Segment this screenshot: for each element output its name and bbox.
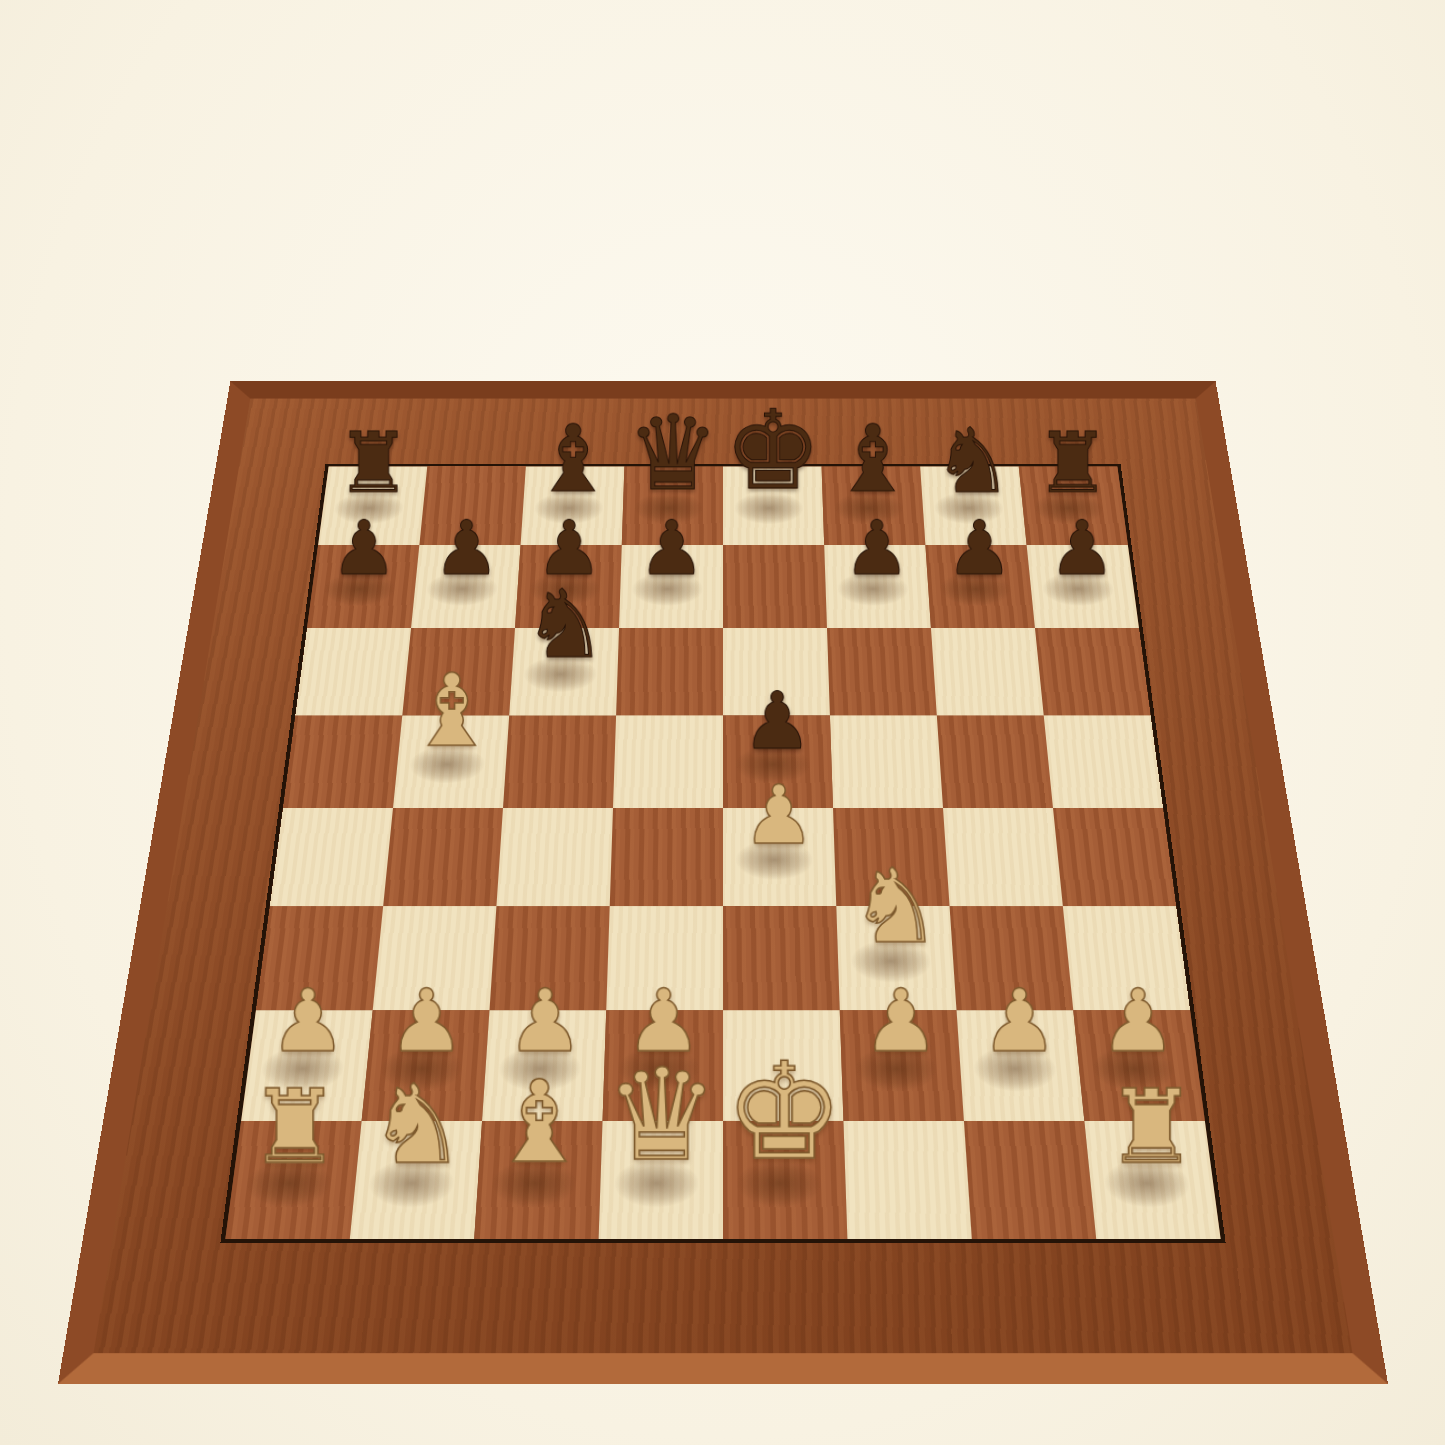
square-c1[interactable]: ♝ xyxy=(474,1121,602,1239)
scene-background: ♜♝♛♚♝♞♜♟♟♟♟♟♟♟♞♝♟♟♞♟♟♟♟♟♟♟♜♞♝♛♚♜ xyxy=(0,0,1445,1445)
square-f5[interactable] xyxy=(829,715,942,808)
square-g4[interactable] xyxy=(943,808,1063,906)
square-b7[interactable]: ♟ xyxy=(411,545,521,628)
white-bishop[interactable]: ♝ xyxy=(406,661,496,762)
square-d7[interactable]: ♟ xyxy=(619,545,723,628)
square-d5[interactable] xyxy=(613,715,723,808)
square-e8[interactable]: ♚ xyxy=(723,466,824,545)
square-h1[interactable]: ♜ xyxy=(1084,1121,1220,1239)
square-g1[interactable] xyxy=(963,1121,1095,1239)
white-pawn[interactable]: ♟ xyxy=(742,775,815,856)
square-g7[interactable]: ♟ xyxy=(925,545,1035,628)
square-a5[interactable] xyxy=(283,715,402,808)
board-frame: ♜♝♛♚♝♞♜♟♟♟♟♟♟♟♞♝♟♟♞♟♟♟♟♟♟♟♜♞♝♛♚♜ xyxy=(57,381,1387,1384)
black-rook[interactable]: ♜ xyxy=(335,422,410,506)
square-h4[interactable] xyxy=(1053,808,1176,906)
black-queen[interactable]: ♛ xyxy=(626,402,719,506)
white-pawn[interactable]: ♟ xyxy=(269,978,346,1064)
square-h6[interactable] xyxy=(1034,628,1150,716)
black-pawn[interactable]: ♟ xyxy=(433,511,500,586)
black-knight[interactable]: ♞ xyxy=(522,577,606,671)
white-knight[interactable]: ♞ xyxy=(368,1070,466,1179)
black-pawn[interactable]: ♟ xyxy=(946,511,1013,586)
black-knight[interactable]: ♞ xyxy=(932,416,1012,505)
square-g6[interactable] xyxy=(930,628,1043,716)
white-pawn[interactable]: ♟ xyxy=(862,978,939,1064)
black-king[interactable]: ♚ xyxy=(724,396,822,505)
black-bishop[interactable]: ♝ xyxy=(531,413,614,506)
square-c6[interactable]: ♞ xyxy=(509,628,619,716)
square-e3[interactable] xyxy=(723,906,840,1010)
square-b1[interactable]: ♞ xyxy=(349,1121,481,1239)
black-bishop[interactable]: ♝ xyxy=(831,413,914,506)
black-pawn[interactable]: ♟ xyxy=(1048,511,1115,586)
square-d4[interactable] xyxy=(609,808,722,906)
square-f7[interactable]: ♟ xyxy=(824,545,931,628)
black-pawn[interactable]: ♟ xyxy=(638,511,705,586)
square-e4[interactable]: ♟ xyxy=(723,808,836,906)
square-b5[interactable]: ♝ xyxy=(393,715,509,808)
white-king[interactable]: ♚ xyxy=(724,1045,844,1179)
square-h7[interactable]: ♟ xyxy=(1026,545,1138,628)
square-f1[interactable] xyxy=(843,1121,971,1239)
white-rook[interactable]: ♜ xyxy=(248,1077,340,1179)
square-h5[interactable] xyxy=(1043,715,1162,808)
square-g5[interactable] xyxy=(936,715,1052,808)
white-pawn[interactable]: ♟ xyxy=(980,978,1057,1064)
black-pawn[interactable]: ♟ xyxy=(843,511,910,586)
square-d6[interactable] xyxy=(616,628,723,716)
square-c4[interactable] xyxy=(496,808,613,906)
square-d1[interactable]: ♛ xyxy=(598,1121,722,1239)
square-f6[interactable] xyxy=(826,628,936,716)
board-fillet: ♜♝♛♚♝♞♜♟♟♟♟♟♟♟♞♝♟♟♞♟♟♟♟♟♟♟♜♞♝♛♚♜ xyxy=(220,464,1225,1244)
square-c5[interactable] xyxy=(503,715,616,808)
square-a4[interactable] xyxy=(269,808,392,906)
white-rook[interactable]: ♜ xyxy=(1105,1077,1197,1179)
square-g2[interactable]: ♟ xyxy=(956,1010,1084,1121)
white-pawn[interactable]: ♟ xyxy=(506,978,583,1064)
board-grid: ♜♝♛♚♝♞♜♟♟♟♟♟♟♟♞♝♟♟♞♟♟♟♟♟♟♟♜♞♝♛♚♜ xyxy=(225,466,1220,1238)
white-pawn[interactable]: ♟ xyxy=(1099,978,1176,1064)
square-a6[interactable] xyxy=(295,628,411,716)
black-pawn[interactable]: ♟ xyxy=(330,511,397,586)
black-pawn[interactable]: ♟ xyxy=(741,682,812,761)
white-bishop[interactable]: ♝ xyxy=(488,1066,590,1179)
square-a7[interactable]: ♟ xyxy=(307,545,419,628)
square-b4[interactable] xyxy=(383,808,503,906)
square-f2[interactable]: ♟ xyxy=(839,1010,963,1121)
white-pawn[interactable]: ♟ xyxy=(387,978,464,1064)
white-knight[interactable]: ♞ xyxy=(849,855,941,957)
square-e7[interactable] xyxy=(723,545,827,628)
square-e1[interactable]: ♚ xyxy=(723,1121,847,1239)
square-a1[interactable]: ♜ xyxy=(225,1121,361,1239)
white-queen[interactable]: ♛ xyxy=(604,1052,718,1179)
black-rook[interactable]: ♜ xyxy=(1035,422,1110,506)
chessboard: ♜♝♛♚♝♞♜♟♟♟♟♟♟♟♞♝♟♟♞♟♟♟♟♟♟♟♜♞♝♛♚♜ xyxy=(57,381,1387,1384)
